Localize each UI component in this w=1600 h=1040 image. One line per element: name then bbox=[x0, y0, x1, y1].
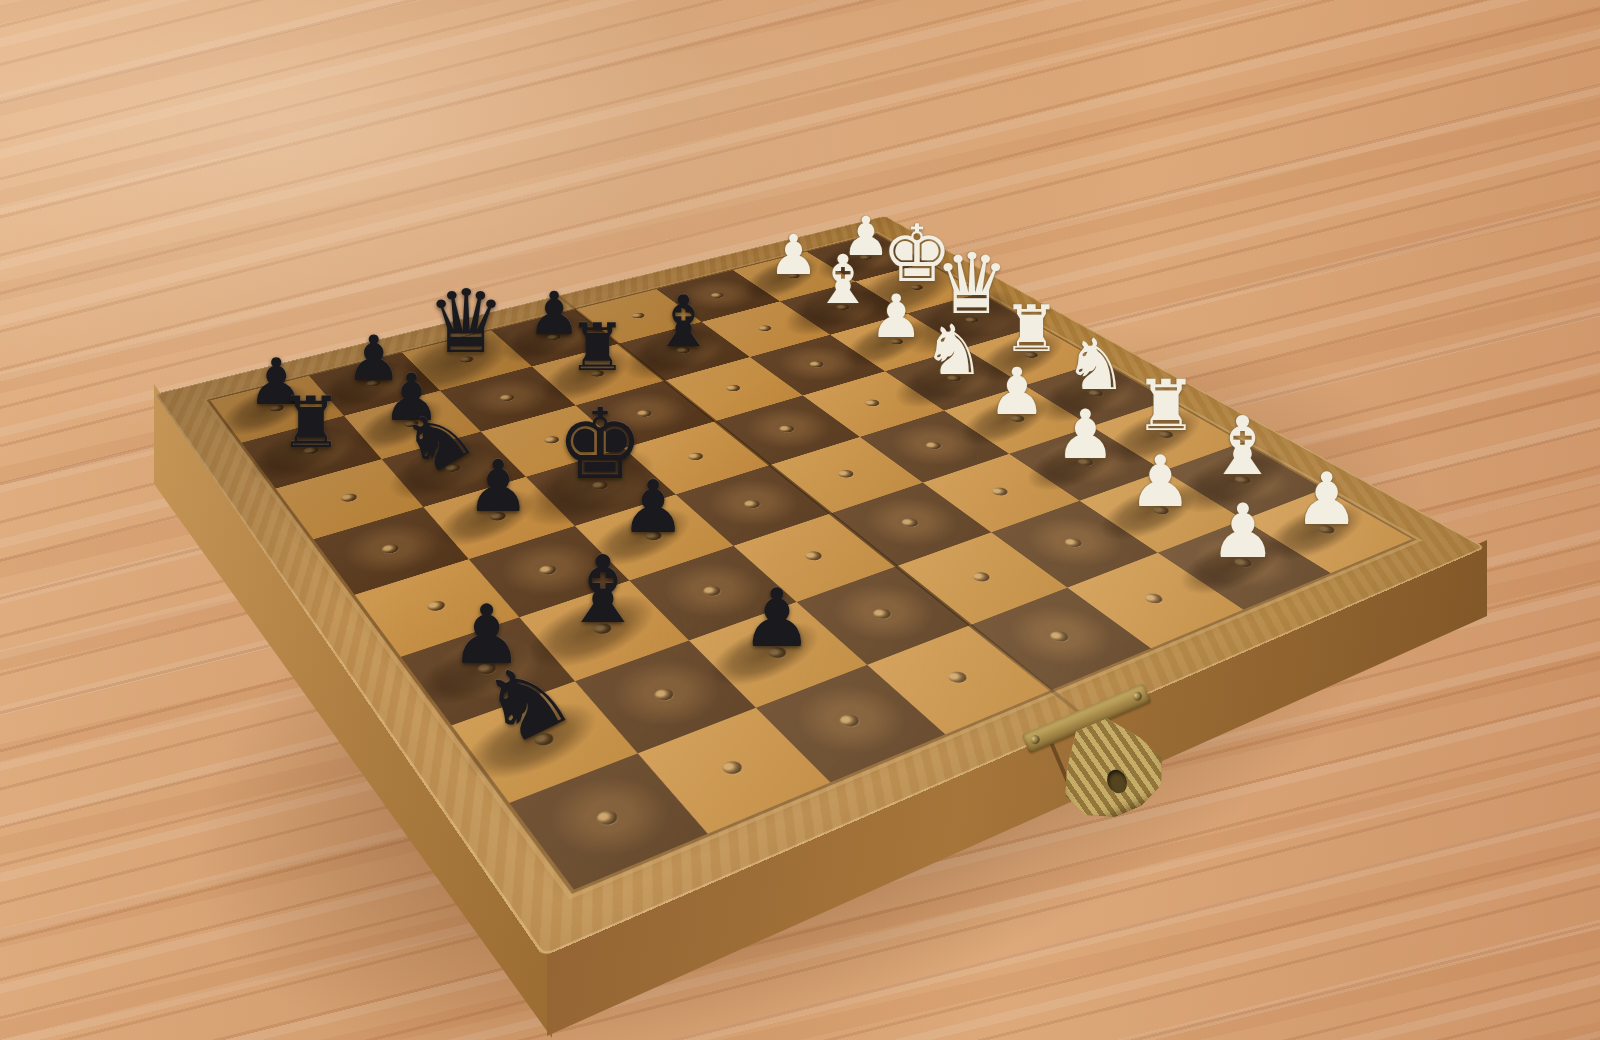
piece-white-pawn-g1[interactable]: ♟ bbox=[1210, 497, 1277, 568]
piece-white-pawn-g4[interactable]: ♟ bbox=[988, 362, 1046, 424]
piece-black-rook-a7[interactable]: ♜ bbox=[279, 388, 343, 455]
piece-white-pawn-g2[interactable]: ♟ bbox=[1129, 448, 1193, 515]
piece-black-bishop-e7[interactable]: ♝ bbox=[652, 288, 716, 355]
piece-white-bishop-g7[interactable]: ♝ bbox=[813, 248, 874, 312]
piece-white-bishop-h2[interactable]: ♝ bbox=[1206, 408, 1279, 485]
piece-black-pawn-c2[interactable]: ♟ bbox=[741, 581, 813, 658]
piece-black-rook-d7[interactable]: ♜ bbox=[568, 316, 627, 378]
piece-white-pawn-g6[interactable]: ♟ bbox=[869, 290, 922, 347]
piece-white-pawn-h1[interactable]: ♟ bbox=[1294, 466, 1359, 535]
piece-black-bishop-b3[interactable]: ♝ bbox=[561, 545, 644, 633]
piece-white-knight-g5[interactable]: ♞ bbox=[923, 317, 985, 383]
photo-stage: ♟♟♚♝♛♟♟♝♜♛♜♞♟♞♟♟♟♜♜♟♞♝♚♟♟♟♟♟♝♟♟♞ bbox=[0, 0, 1600, 1040]
piece-white-rook-h5[interactable]: ♜ bbox=[1003, 299, 1061, 360]
piece-white-pawn-g3[interactable]: ♟ bbox=[1055, 403, 1116, 467]
piece-black-pawn-b5[interactable]: ♟ bbox=[466, 453, 530, 521]
piece-black-pawn-c4[interactable]: ♟ bbox=[620, 472, 685, 541]
piece-white-pawn-g8[interactable]: ♟ bbox=[769, 228, 819, 281]
piece-white-rook-h3[interactable]: ♜ bbox=[1135, 373, 1198, 439]
piece-black-queen-c8[interactable]: ♛ bbox=[427, 281, 506, 364]
piece-white-knight-h4[interactable]: ♞ bbox=[1064, 331, 1127, 398]
